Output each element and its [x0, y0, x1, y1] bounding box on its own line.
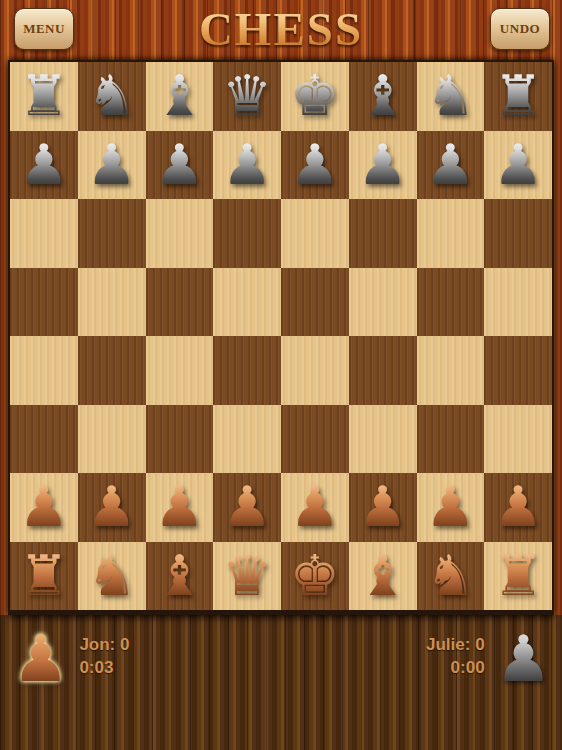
square-b1[interactable]: ♞ [78, 542, 146, 611]
piece-black-pawn[interactable]: ♟ [222, 137, 272, 193]
square-f3[interactable] [349, 405, 417, 474]
black-player-time: 0:00 [426, 658, 485, 678]
piece-black-pawn[interactable]: ♟ [493, 137, 543, 193]
square-c2[interactable]: ♟ [146, 473, 214, 542]
piece-white-queen[interactable]: ♛ [222, 548, 272, 604]
square-f4[interactable] [349, 336, 417, 405]
piece-white-king[interactable]: ♚ [290, 548, 340, 604]
header: CHESS MENU UNDO [0, 0, 562, 60]
square-f6[interactable] [349, 199, 417, 268]
status-bar: ♟ Jon: 0 0:03 ♟ Julie: 0 0:00 [0, 615, 562, 750]
square-c1[interactable]: ♝ [146, 542, 214, 611]
square-a6[interactable] [10, 199, 78, 268]
square-e2[interactable]: ♟ [281, 473, 349, 542]
square-f5[interactable] [349, 268, 417, 337]
square-b8[interactable]: ♞ [78, 62, 146, 131]
piece-black-pawn[interactable]: ♟ [358, 137, 408, 193]
square-a3[interactable] [10, 405, 78, 474]
piece-white-rook[interactable]: ♜ [493, 548, 543, 604]
menu-button[interactable]: MENU [14, 8, 74, 50]
square-g2[interactable]: ♟ [417, 473, 485, 542]
square-d2[interactable]: ♟ [213, 473, 281, 542]
square-c7[interactable]: ♟ [146, 131, 214, 200]
square-b5[interactable] [78, 268, 146, 337]
black-player-score: Julie: 0 [426, 635, 485, 655]
square-h4[interactable] [484, 336, 552, 405]
white-player-score: Jon: 0 [79, 635, 129, 655]
piece-white-pawn[interactable]: ♟ [290, 479, 340, 535]
piece-black-pawn[interactable]: ♟ [19, 137, 69, 193]
piece-white-bishop[interactable]: ♝ [358, 548, 408, 604]
square-c8[interactable]: ♝ [146, 62, 214, 131]
square-g4[interactable] [417, 336, 485, 405]
piece-black-knight[interactable]: ♞ [87, 68, 137, 124]
square-d7[interactable]: ♟ [213, 131, 281, 200]
chess-app-screen: CHESS MENU UNDO ♜♞♝♛♚♝♞♜♟♟♟♟♟♟♟♟♟♟♟♟♟♟♟♟… [0, 0, 562, 750]
square-a1[interactable]: ♜ [10, 542, 78, 611]
square-h3[interactable] [484, 405, 552, 474]
square-g5[interactable] [417, 268, 485, 337]
piece-black-queen[interactable]: ♛ [222, 68, 272, 124]
square-h1[interactable]: ♜ [484, 542, 552, 611]
square-d4[interactable] [213, 336, 281, 405]
piece-black-pawn[interactable]: ♟ [425, 137, 475, 193]
piece-white-pawn[interactable]: ♟ [425, 479, 475, 535]
square-b7[interactable]: ♟ [78, 131, 146, 200]
square-h6[interactable] [484, 199, 552, 268]
piece-black-pawn[interactable]: ♟ [154, 137, 204, 193]
square-g1[interactable]: ♞ [417, 542, 485, 611]
player-black-panel: ♟ Julie: 0 0:00 [416, 623, 552, 695]
square-e8[interactable]: ♚ [281, 62, 349, 131]
square-e4[interactable] [281, 336, 349, 405]
piece-white-bishop[interactable]: ♝ [154, 548, 204, 604]
square-e7[interactable]: ♟ [281, 131, 349, 200]
square-c3[interactable] [146, 405, 214, 474]
white-pawn-icon: ♟ [12, 623, 69, 695]
square-e5[interactable] [281, 268, 349, 337]
square-g8[interactable]: ♞ [417, 62, 485, 131]
square-b6[interactable] [78, 199, 146, 268]
square-b2[interactable]: ♟ [78, 473, 146, 542]
piece-black-rook[interactable]: ♜ [19, 68, 69, 124]
square-f2[interactable]: ♟ [349, 473, 417, 542]
piece-white-knight[interactable]: ♞ [425, 548, 475, 604]
piece-black-bishop[interactable]: ♝ [358, 68, 408, 124]
piece-white-pawn[interactable]: ♟ [19, 479, 69, 535]
square-e6[interactable] [281, 199, 349, 268]
square-e1[interactable]: ♚ [281, 542, 349, 611]
square-h2[interactable]: ♟ [484, 473, 552, 542]
square-g7[interactable]: ♟ [417, 131, 485, 200]
piece-black-pawn[interactable]: ♟ [290, 137, 340, 193]
square-g3[interactable] [417, 405, 485, 474]
square-h8[interactable]: ♜ [484, 62, 552, 131]
chess-board: ♜♞♝♛♚♝♞♜♟♟♟♟♟♟♟♟♟♟♟♟♟♟♟♟♜♞♝♛♚♝♞♜ [8, 60, 554, 615]
player-white-panel: ♟ Jon: 0 0:03 [12, 623, 139, 695]
square-d6[interactable] [213, 199, 281, 268]
square-c4[interactable] [146, 336, 214, 405]
black-pawn-icon: ♟ [495, 623, 552, 695]
square-a5[interactable] [10, 268, 78, 337]
piece-black-pawn[interactable]: ♟ [87, 137, 137, 193]
square-e3[interactable] [281, 405, 349, 474]
piece-white-knight[interactable]: ♞ [87, 548, 137, 604]
app-title: CHESS [0, 0, 562, 58]
piece-black-rook[interactable]: ♜ [493, 68, 543, 124]
square-d8[interactable]: ♛ [213, 62, 281, 131]
piece-black-knight[interactable]: ♞ [425, 68, 475, 124]
square-f7[interactable]: ♟ [349, 131, 417, 200]
piece-white-pawn[interactable]: ♟ [87, 479, 137, 535]
square-f1[interactable]: ♝ [349, 542, 417, 611]
piece-white-pawn[interactable]: ♟ [222, 479, 272, 535]
square-d5[interactable] [213, 268, 281, 337]
square-h5[interactable] [484, 268, 552, 337]
square-b4[interactable] [78, 336, 146, 405]
piece-white-rook[interactable]: ♜ [19, 548, 69, 604]
piece-black-king[interactable]: ♚ [290, 68, 340, 124]
square-a2[interactable]: ♟ [10, 473, 78, 542]
square-f8[interactable]: ♝ [349, 62, 417, 131]
square-c5[interactable] [146, 268, 214, 337]
square-a8[interactable]: ♜ [10, 62, 78, 131]
white-player-time: 0:03 [79, 658, 129, 678]
piece-white-pawn[interactable]: ♟ [493, 479, 543, 535]
square-d1[interactable]: ♛ [213, 542, 281, 611]
piece-white-pawn[interactable]: ♟ [358, 479, 408, 535]
piece-white-pawn[interactable]: ♟ [154, 479, 204, 535]
square-g6[interactable] [417, 199, 485, 268]
piece-black-bishop[interactable]: ♝ [154, 68, 204, 124]
square-b3[interactable] [78, 405, 146, 474]
square-c6[interactable] [146, 199, 214, 268]
square-a7[interactable]: ♟ [10, 131, 78, 200]
undo-button[interactable]: UNDO [490, 8, 550, 50]
square-d3[interactable] [213, 405, 281, 474]
square-a4[interactable] [10, 336, 78, 405]
square-h7[interactable]: ♟ [484, 131, 552, 200]
